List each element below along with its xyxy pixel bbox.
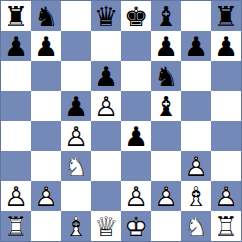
square-e2[interactable]: ♟♙ [121, 181, 151, 211]
square-a7[interactable]: ♟ [1, 31, 31, 61]
black-knight-piece[interactable]: ♞ [31, 1, 61, 31]
piece-outline-layer: ♙ [61, 121, 91, 151]
white-queen-piece[interactable]: ♛♕ [91, 211, 121, 241]
black-pawn-piece[interactable]: ♟ [181, 31, 211, 61]
square-f7[interactable]: ♟ [151, 31, 181, 61]
square-d3[interactable] [91, 151, 121, 181]
white-pawn-piece[interactable]: ♟♙ [1, 181, 31, 211]
black-rook-piece[interactable]: ♜ [1, 1, 31, 31]
white-knight-piece[interactable]: ♞♘ [181, 211, 211, 241]
piece-outline-layer: ♙ [121, 181, 151, 211]
white-pawn-piece[interactable]: ♟♙ [211, 181, 241, 211]
square-f1[interactable] [151, 211, 181, 241]
piece-outline-layer: ♔ [121, 211, 151, 241]
black-bishop-piece[interactable]: ♝ [151, 91, 181, 121]
white-pawn-piece[interactable]: ♟♙ [121, 181, 151, 211]
black-pawn-piece[interactable]: ♟ [151, 31, 181, 61]
white-rook-piece[interactable]: ♜♖ [1, 211, 31, 241]
square-a1[interactable]: ♜♖ [1, 211, 31, 241]
white-king-piece[interactable]: ♚♔ [121, 211, 151, 241]
white-knight-piece[interactable]: ♞♘ [61, 151, 91, 181]
black-king-piece[interactable]: ♚ [121, 1, 151, 31]
square-e1[interactable]: ♚♔ [121, 211, 151, 241]
piece-outline-layer: ♙ [181, 151, 211, 181]
square-e6[interactable] [121, 61, 151, 91]
square-b1[interactable] [31, 211, 61, 241]
piece-outline-layer: ♙ [91, 91, 121, 121]
square-a4[interactable] [1, 121, 31, 151]
piece-outline-layer: ♖ [1, 211, 31, 241]
white-pawn-piece[interactable]: ♟♙ [31, 181, 61, 211]
square-c8[interactable] [61, 1, 91, 31]
square-g8[interactable] [181, 1, 211, 31]
square-h5[interactable] [211, 91, 241, 121]
square-f4[interactable] [151, 121, 181, 151]
square-b5[interactable] [31, 91, 61, 121]
square-g2[interactable]: ♝♗ [181, 181, 211, 211]
square-e7[interactable] [121, 31, 151, 61]
piece-outline-layer: ♘ [181, 211, 211, 241]
square-d8[interactable]: ♛ [91, 1, 121, 31]
square-e5[interactable] [121, 91, 151, 121]
square-e4[interactable]: ♟ [121, 121, 151, 151]
black-pawn-piece[interactable]: ♟ [211, 31, 241, 61]
black-pawn-piece[interactable]: ♟ [121, 121, 151, 151]
black-pawn-piece[interactable]: ♟ [91, 61, 121, 91]
square-c3[interactable]: ♞♘ [61, 151, 91, 181]
square-f6[interactable]: ♞ [151, 61, 181, 91]
square-g4[interactable] [181, 121, 211, 151]
square-b3[interactable] [31, 151, 61, 181]
black-knight-piece[interactable]: ♞ [151, 61, 181, 91]
square-e3[interactable] [121, 151, 151, 181]
square-a3[interactable] [1, 151, 31, 181]
square-c5[interactable]: ♟ [61, 91, 91, 121]
square-g1[interactable]: ♞♘ [181, 211, 211, 241]
piece-outline-layer: ♕ [91, 211, 121, 241]
square-h1[interactable]: ♜♖ [211, 211, 241, 241]
black-queen-piece[interactable]: ♛ [91, 1, 121, 31]
square-b2[interactable]: ♟♙ [31, 181, 61, 211]
square-c2[interactable] [61, 181, 91, 211]
square-b8[interactable]: ♞ [31, 1, 61, 31]
piece-outline-layer: ♙ [211, 181, 241, 211]
white-pawn-piece[interactable]: ♟♙ [151, 181, 181, 211]
square-c1[interactable]: ♝♗ [61, 211, 91, 241]
square-c7[interactable] [61, 31, 91, 61]
square-g3[interactable]: ♟♙ [181, 151, 211, 181]
square-h7[interactable]: ♟ [211, 31, 241, 61]
black-rook-piece[interactable]: ♜ [211, 1, 241, 31]
piece-outline-layer: ♗ [61, 211, 91, 241]
piece-outline-layer: ♗ [181, 181, 211, 211]
square-b7[interactable]: ♟ [31, 31, 61, 61]
piece-outline-layer: ♙ [31, 181, 61, 211]
square-d7[interactable] [91, 31, 121, 61]
square-h6[interactable] [211, 61, 241, 91]
piece-outline-layer: ♘ [61, 151, 91, 181]
white-bishop-piece[interactable]: ♝♗ [61, 211, 91, 241]
black-pawn-piece[interactable]: ♟ [1, 31, 31, 61]
square-f3[interactable] [151, 151, 181, 181]
piece-outline-layer: ♖ [211, 211, 241, 241]
square-d2[interactable] [91, 181, 121, 211]
square-a2[interactable]: ♟♙ [1, 181, 31, 211]
white-bishop-piece[interactable]: ♝♗ [181, 181, 211, 211]
square-h3[interactable] [211, 151, 241, 181]
white-pawn-piece[interactable]: ♟♙ [61, 121, 91, 151]
square-d4[interactable] [91, 121, 121, 151]
square-a6[interactable] [1, 61, 31, 91]
piece-outline-layer: ♙ [1, 181, 31, 211]
square-g7[interactable]: ♟ [181, 31, 211, 61]
square-b6[interactable] [31, 61, 61, 91]
square-g5[interactable] [181, 91, 211, 121]
square-a5[interactable] [1, 91, 31, 121]
square-f5[interactable]: ♝ [151, 91, 181, 121]
white-pawn-piece[interactable]: ♟♙ [91, 91, 121, 121]
white-pawn-piece[interactable]: ♟♙ [181, 151, 211, 181]
chess-board: ♜♞♛♚♝♜♟♟♟♟♟♟♞♟♟♙♝♟♙♟♞♘♟♙♟♙♟♙♟♙♟♙♝♗♟♙♜♖♝♗… [0, 0, 242, 242]
square-d5[interactable]: ♟♙ [91, 91, 121, 121]
square-e8[interactable]: ♚ [121, 1, 151, 31]
square-h8[interactable]: ♜ [211, 1, 241, 31]
square-h2[interactable]: ♟♙ [211, 181, 241, 211]
black-pawn-piece[interactable]: ♟ [31, 31, 61, 61]
square-d6[interactable]: ♟ [91, 61, 121, 91]
square-c6[interactable] [61, 61, 91, 91]
square-c4[interactable]: ♟♙ [61, 121, 91, 151]
black-bishop-piece[interactable]: ♝ [151, 1, 181, 31]
square-f2[interactable]: ♟♙ [151, 181, 181, 211]
square-b4[interactable] [31, 121, 61, 151]
piece-outline-layer: ♙ [151, 181, 181, 211]
black-pawn-piece[interactable]: ♟ [61, 91, 91, 121]
square-f8[interactable]: ♝ [151, 1, 181, 31]
square-a8[interactable]: ♜ [1, 1, 31, 31]
square-h4[interactable] [211, 121, 241, 151]
square-g6[interactable] [181, 61, 211, 91]
square-d1[interactable]: ♛♕ [91, 211, 121, 241]
white-rook-piece[interactable]: ♜♖ [211, 211, 241, 241]
